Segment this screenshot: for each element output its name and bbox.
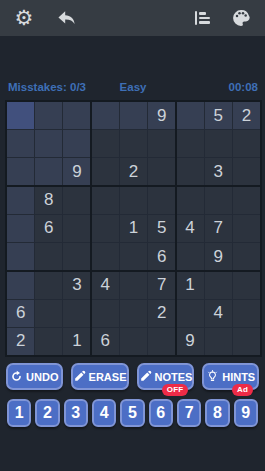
cell-r8c7[interactable] <box>176 300 203 327</box>
cell-r6c7[interactable] <box>176 243 203 270</box>
cell-r9c4[interactable]: 6 <box>92 328 119 355</box>
cell-r2c1[interactable] <box>7 130 34 157</box>
cell-r6c3[interactable] <box>63 243 90 270</box>
cell-r5c8[interactable]: 7 <box>205 215 232 242</box>
status-bar: Misstakes: 0/3 Easy 00:08 <box>8 79 258 94</box>
hints-ad-badge: Ad <box>232 384 253 396</box>
cell-r2c8[interactable] <box>205 130 232 157</box>
cell-r2c5[interactable] <box>120 130 147 157</box>
cell-r4c5[interactable] <box>120 187 147 214</box>
cell-r1c9[interactable]: 2 <box>233 102 260 129</box>
numpad-2[interactable]: 2 <box>35 399 59 427</box>
action-button-row: UNDO ERASE NOTES OFF <box>6 363 259 390</box>
top-toolbar: ⚙ <box>0 0 265 36</box>
cell-r9c2[interactable] <box>35 328 62 355</box>
cell-r9c8[interactable] <box>205 328 232 355</box>
cell-r7c4[interactable]: 4 <box>92 271 119 298</box>
cell-r6c1[interactable] <box>7 243 34 270</box>
toolbar-right-group <box>192 7 252 29</box>
undo-label: UNDO <box>26 371 58 383</box>
cell-r4c3[interactable] <box>63 187 90 214</box>
cell-r4c6[interactable] <box>148 187 175 214</box>
cell-r8c8[interactable]: 4 <box>205 300 232 327</box>
cell-r4c7[interactable] <box>176 187 203 214</box>
cell-r7c5[interactable] <box>120 271 147 298</box>
cell-r5c4[interactable] <box>92 215 119 242</box>
cell-r2c6[interactable] <box>148 130 175 157</box>
hints-button[interactable]: HINTS Ad <box>202 363 259 390</box>
cell-r9c1[interactable]: 2 <box>7 328 34 355</box>
cell-r6c8[interactable]: 9 <box>205 243 232 270</box>
cell-r3c8[interactable]: 3 <box>205 158 232 185</box>
cell-r8c5[interactable] <box>120 300 147 327</box>
palette-icon <box>231 8 251 28</box>
cell-r2c7[interactable] <box>176 130 203 157</box>
mistakes-counter: Misstakes: 0/3 <box>8 81 86 93</box>
cell-r4c2[interactable]: 8 <box>35 187 62 214</box>
notes-label: NOTES <box>155 371 193 383</box>
cell-r5c7[interactable]: 4 <box>176 215 203 242</box>
cell-r7c8[interactable] <box>205 271 232 298</box>
cell-r2c3[interactable] <box>63 130 90 157</box>
cell-r1c7[interactable] <box>176 102 203 129</box>
numpad-7[interactable]: 7 <box>177 399 201 427</box>
back-button[interactable] <box>55 7 77 29</box>
cell-r6c2[interactable] <box>35 243 62 270</box>
cell-r9c6[interactable] <box>148 328 175 355</box>
undo-icon <box>10 370 23 383</box>
cell-r3c1[interactable] <box>7 158 34 185</box>
cell-r8c2[interactable] <box>35 300 62 327</box>
cell-r8c6[interactable]: 2 <box>148 300 175 327</box>
cell-r4c9[interactable] <box>233 187 260 214</box>
cell-r7c3[interactable]: 3 <box>63 271 90 298</box>
cell-r6c6[interactable]: 6 <box>148 243 175 270</box>
cell-r3c3[interactable]: 9 <box>63 158 90 185</box>
cell-r9c3[interactable]: 1 <box>63 328 90 355</box>
numpad-9[interactable]: 9 <box>234 399 258 427</box>
cell-r8c1[interactable]: 6 <box>7 300 34 327</box>
toolbar-left-group: ⚙ <box>13 7 77 29</box>
sudoku-board: 9529238615476934716242169 <box>5 100 262 357</box>
cell-r8c9[interactable] <box>233 300 260 327</box>
cell-r2c4[interactable] <box>92 130 119 157</box>
cell-r6c9[interactable] <box>233 243 260 270</box>
cell-r7c9[interactable] <box>233 271 260 298</box>
cell-r3c7[interactable] <box>176 158 203 185</box>
statistics-button[interactable] <box>192 7 214 29</box>
cell-r3c2[interactable] <box>35 158 62 185</box>
erase-button[interactable]: ERASE <box>71 363 129 390</box>
cell-r7c1[interactable] <box>7 271 34 298</box>
cell-r1c6[interactable]: 9 <box>148 102 175 129</box>
cell-r9c9[interactable] <box>233 328 260 355</box>
cell-r1c4[interactable] <box>92 102 119 129</box>
cell-r5c6[interactable]: 5 <box>148 215 175 242</box>
cell-r9c7[interactable]: 9 <box>176 328 203 355</box>
cell-r3c5[interactable]: 2 <box>120 158 147 185</box>
notes-button[interactable]: NOTES OFF <box>137 363 195 390</box>
erase-pencil-icon <box>73 370 86 383</box>
cell-r4c8[interactable] <box>205 187 232 214</box>
notes-pencil-icon <box>139 370 152 383</box>
cell-r1c2[interactable] <box>35 102 62 129</box>
cell-r4c1[interactable] <box>7 187 34 214</box>
numpad-5[interactable]: 5 <box>120 399 144 427</box>
cell-r9c5[interactable] <box>120 328 147 355</box>
cell-r6c5[interactable] <box>120 243 147 270</box>
cell-r5c2[interactable]: 6 <box>35 215 62 242</box>
settings-button[interactable]: ⚙ <box>13 7 35 29</box>
numpad-6[interactable]: 6 <box>149 399 173 427</box>
cell-r2c9[interactable] <box>233 130 260 157</box>
cell-r7c6[interactable]: 7 <box>148 271 175 298</box>
cell-r5c3[interactable] <box>63 215 90 242</box>
back-arrow-icon <box>56 8 77 29</box>
cell-r4c4[interactable] <box>92 187 119 214</box>
cell-r5c5[interactable]: 1 <box>120 215 147 242</box>
cell-r2c2[interactable] <box>35 130 62 157</box>
cell-r6c4[interactable] <box>92 243 119 270</box>
cell-r8c4[interactable] <box>92 300 119 327</box>
cell-r1c3[interactable] <box>63 102 90 129</box>
cell-r8c3[interactable] <box>63 300 90 327</box>
numpad-1[interactable]: 1 <box>7 399 31 427</box>
numpad-4[interactable]: 4 <box>92 399 116 427</box>
numpad-3[interactable]: 3 <box>64 399 88 427</box>
cell-r3c6[interactable] <box>148 158 175 185</box>
hint-bulb-icon <box>206 370 219 383</box>
cell-r7c7[interactable]: 1 <box>176 271 203 298</box>
cell-r1c8[interactable]: 5 <box>205 102 232 129</box>
theme-button[interactable] <box>230 7 252 29</box>
hints-label: HINTS <box>222 371 255 383</box>
cell-r7c2[interactable] <box>35 271 62 298</box>
erase-label: ERASE <box>89 371 127 383</box>
timer: 00:08 <box>229 81 258 93</box>
numpad-8[interactable]: 8 <box>205 399 229 427</box>
cell-r3c9[interactable] <box>233 158 260 185</box>
sudoku-app: ⚙ <box>0 0 265 471</box>
cell-r3c4[interactable] <box>92 158 119 185</box>
cell-r1c5[interactable] <box>120 102 147 129</box>
notes-off-badge: OFF <box>162 384 189 396</box>
cell-r1c1[interactable] <box>7 102 34 129</box>
gear-icon: ⚙ <box>15 8 34 28</box>
cell-r5c9[interactable] <box>233 215 260 242</box>
cell-r5c1[interactable] <box>7 215 34 242</box>
stats-bars-icon <box>195 11 212 25</box>
undo-button[interactable]: UNDO <box>6 363 63 390</box>
number-pad: 1 2 3 4 5 6 7 8 9 <box>7 399 258 427</box>
